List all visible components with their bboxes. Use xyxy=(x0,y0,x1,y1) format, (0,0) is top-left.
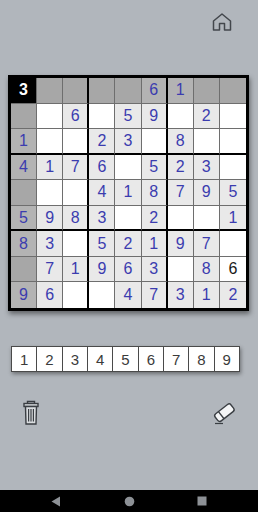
cell-r9c8[interactable]: 1 xyxy=(194,282,220,308)
cell-r5c4[interactable]: 4 xyxy=(89,180,115,206)
cell-r3c2[interactable] xyxy=(37,129,63,155)
cell-r7c3[interactable] xyxy=(63,231,89,257)
cell-r8c5[interactable]: 6 xyxy=(115,257,141,283)
cell-r6c9[interactable]: 1 xyxy=(220,206,246,232)
cell-r4c7[interactable]: 2 xyxy=(168,155,194,181)
cell-r3c1[interactable]: 1 xyxy=(11,129,37,155)
cell-r8c2[interactable]: 7 xyxy=(37,257,63,283)
cell-r4c2[interactable]: 1 xyxy=(37,155,63,181)
nav-back-icon[interactable] xyxy=(51,496,61,507)
cell-r9c5[interactable]: 4 xyxy=(115,282,141,308)
cell-r7c6[interactable]: 1 xyxy=(142,231,168,257)
cell-r8c6[interactable]: 3 xyxy=(142,257,168,283)
numpad-2[interactable]: 2 xyxy=(36,346,62,372)
cell-r5c8[interactable]: 9 xyxy=(194,180,220,206)
home-button[interactable] xyxy=(210,10,234,34)
cell-r1c5[interactable] xyxy=(115,78,141,104)
cell-r8c7[interactable] xyxy=(168,257,194,283)
cell-r4c4[interactable]: 6 xyxy=(89,155,115,181)
cell-r8c9[interactable]: 6 xyxy=(220,257,246,283)
trash-button[interactable] xyxy=(19,399,43,427)
cell-r2c5[interactable]: 5 xyxy=(115,104,141,130)
cell-r8c8[interactable]: 8 xyxy=(194,257,220,283)
cell-r6c4[interactable]: 3 xyxy=(89,206,115,232)
cell-r3c9[interactable] xyxy=(220,129,246,155)
cell-r1c9[interactable] xyxy=(220,78,246,104)
cell-r5c3[interactable] xyxy=(63,180,89,206)
cell-r6c3[interactable]: 8 xyxy=(63,206,89,232)
cell-r2c9[interactable] xyxy=(220,104,246,130)
android-nav-bar xyxy=(0,490,258,512)
cell-r7c4[interactable]: 5 xyxy=(89,231,115,257)
trash-icon xyxy=(19,399,43,427)
cell-r3c7[interactable]: 8 xyxy=(168,129,194,155)
cell-r3c8[interactable] xyxy=(194,129,220,155)
cell-r1c3[interactable] xyxy=(63,78,89,104)
numpad-4[interactable]: 4 xyxy=(87,346,113,372)
cell-r7c5[interactable]: 2 xyxy=(115,231,141,257)
cell-r6c5[interactable] xyxy=(115,206,141,232)
cell-r2c8[interactable]: 2 xyxy=(194,104,220,130)
cell-r2c2[interactable] xyxy=(37,104,63,130)
cell-r4c6[interactable]: 5 xyxy=(142,155,168,181)
numpad-8[interactable]: 8 xyxy=(188,346,214,372)
cell-r9c3[interactable] xyxy=(63,282,89,308)
cell-r2c4[interactable] xyxy=(89,104,115,130)
nav-recents-icon[interactable] xyxy=(197,496,207,506)
cell-r4c3[interactable]: 7 xyxy=(63,155,89,181)
cell-r8c4[interactable]: 9 xyxy=(89,257,115,283)
cell-r3c6[interactable] xyxy=(142,129,168,155)
numpad-9[interactable]: 9 xyxy=(214,346,240,372)
numpad-5[interactable]: 5 xyxy=(112,346,138,372)
cell-r3c4[interactable]: 2 xyxy=(89,129,115,155)
numpad-6[interactable]: 6 xyxy=(138,346,164,372)
home-icon xyxy=(210,10,234,34)
cell-r4c9[interactable] xyxy=(220,155,246,181)
cell-r1c4[interactable] xyxy=(89,78,115,104)
cell-r5c7[interactable]: 7 xyxy=(168,180,194,206)
eraser-button[interactable] xyxy=(211,400,238,426)
cell-r7c7[interactable]: 9 xyxy=(168,231,194,257)
cell-r9c2[interactable]: 6 xyxy=(37,282,63,308)
cell-r7c8[interactable]: 7 xyxy=(194,231,220,257)
cell-r6c7[interactable] xyxy=(168,206,194,232)
nav-home-icon[interactable] xyxy=(124,496,135,507)
cell-r1c1[interactable]: 3 xyxy=(11,78,37,104)
cell-r6c1[interactable]: 5 xyxy=(11,206,37,232)
cell-r6c8[interactable] xyxy=(194,206,220,232)
cell-r7c1[interactable]: 8 xyxy=(11,231,37,257)
cell-r4c8[interactable]: 3 xyxy=(194,155,220,181)
cell-r1c8[interactable] xyxy=(194,78,220,104)
cell-r5c9[interactable]: 5 xyxy=(220,180,246,206)
numpad-7[interactable]: 7 xyxy=(163,346,189,372)
cell-r2c1[interactable] xyxy=(11,104,37,130)
cell-r1c7[interactable]: 1 xyxy=(168,78,194,104)
numpad-3[interactable]: 3 xyxy=(62,346,88,372)
cell-r7c9[interactable] xyxy=(220,231,246,257)
cell-r4c5[interactable] xyxy=(115,155,141,181)
cell-r5c5[interactable]: 1 xyxy=(115,180,141,206)
cell-r9c9[interactable]: 2 xyxy=(220,282,246,308)
number-pad: 123456789 xyxy=(11,346,240,372)
cell-r6c6[interactable]: 2 xyxy=(142,206,168,232)
cell-r4c1[interactable]: 4 xyxy=(11,155,37,181)
eraser-icon xyxy=(211,400,238,426)
cell-r6c2[interactable]: 9 xyxy=(37,206,63,232)
cell-r8c3[interactable]: 1 xyxy=(63,257,89,283)
cell-r5c6[interactable]: 8 xyxy=(142,180,168,206)
app-screen: 3616592123841765234187955983218352197719… xyxy=(0,0,258,512)
cell-r9c6[interactable]: 7 xyxy=(142,282,168,308)
cell-r1c6[interactable]: 6 xyxy=(142,78,168,104)
cell-r7c2[interactable]: 3 xyxy=(37,231,63,257)
cell-r2c3[interactable]: 6 xyxy=(63,104,89,130)
cell-r9c7[interactable]: 3 xyxy=(168,282,194,308)
cell-r2c6[interactable]: 9 xyxy=(142,104,168,130)
numpad-1[interactable]: 1 xyxy=(11,346,37,372)
cell-r1c2[interactable] xyxy=(37,78,63,104)
cell-r9c4[interactable] xyxy=(89,282,115,308)
cell-r2c7[interactable] xyxy=(168,104,194,130)
cell-r5c1[interactable] xyxy=(11,180,37,206)
cell-r9c1[interactable]: 9 xyxy=(11,282,37,308)
cell-r5c2[interactable] xyxy=(37,180,63,206)
cell-r3c5[interactable]: 3 xyxy=(115,129,141,155)
cell-r8c1[interactable] xyxy=(11,257,37,283)
cell-r3c3[interactable] xyxy=(63,129,89,155)
sudoku-board: 3616592123841765234187955983218352197719… xyxy=(8,75,249,311)
